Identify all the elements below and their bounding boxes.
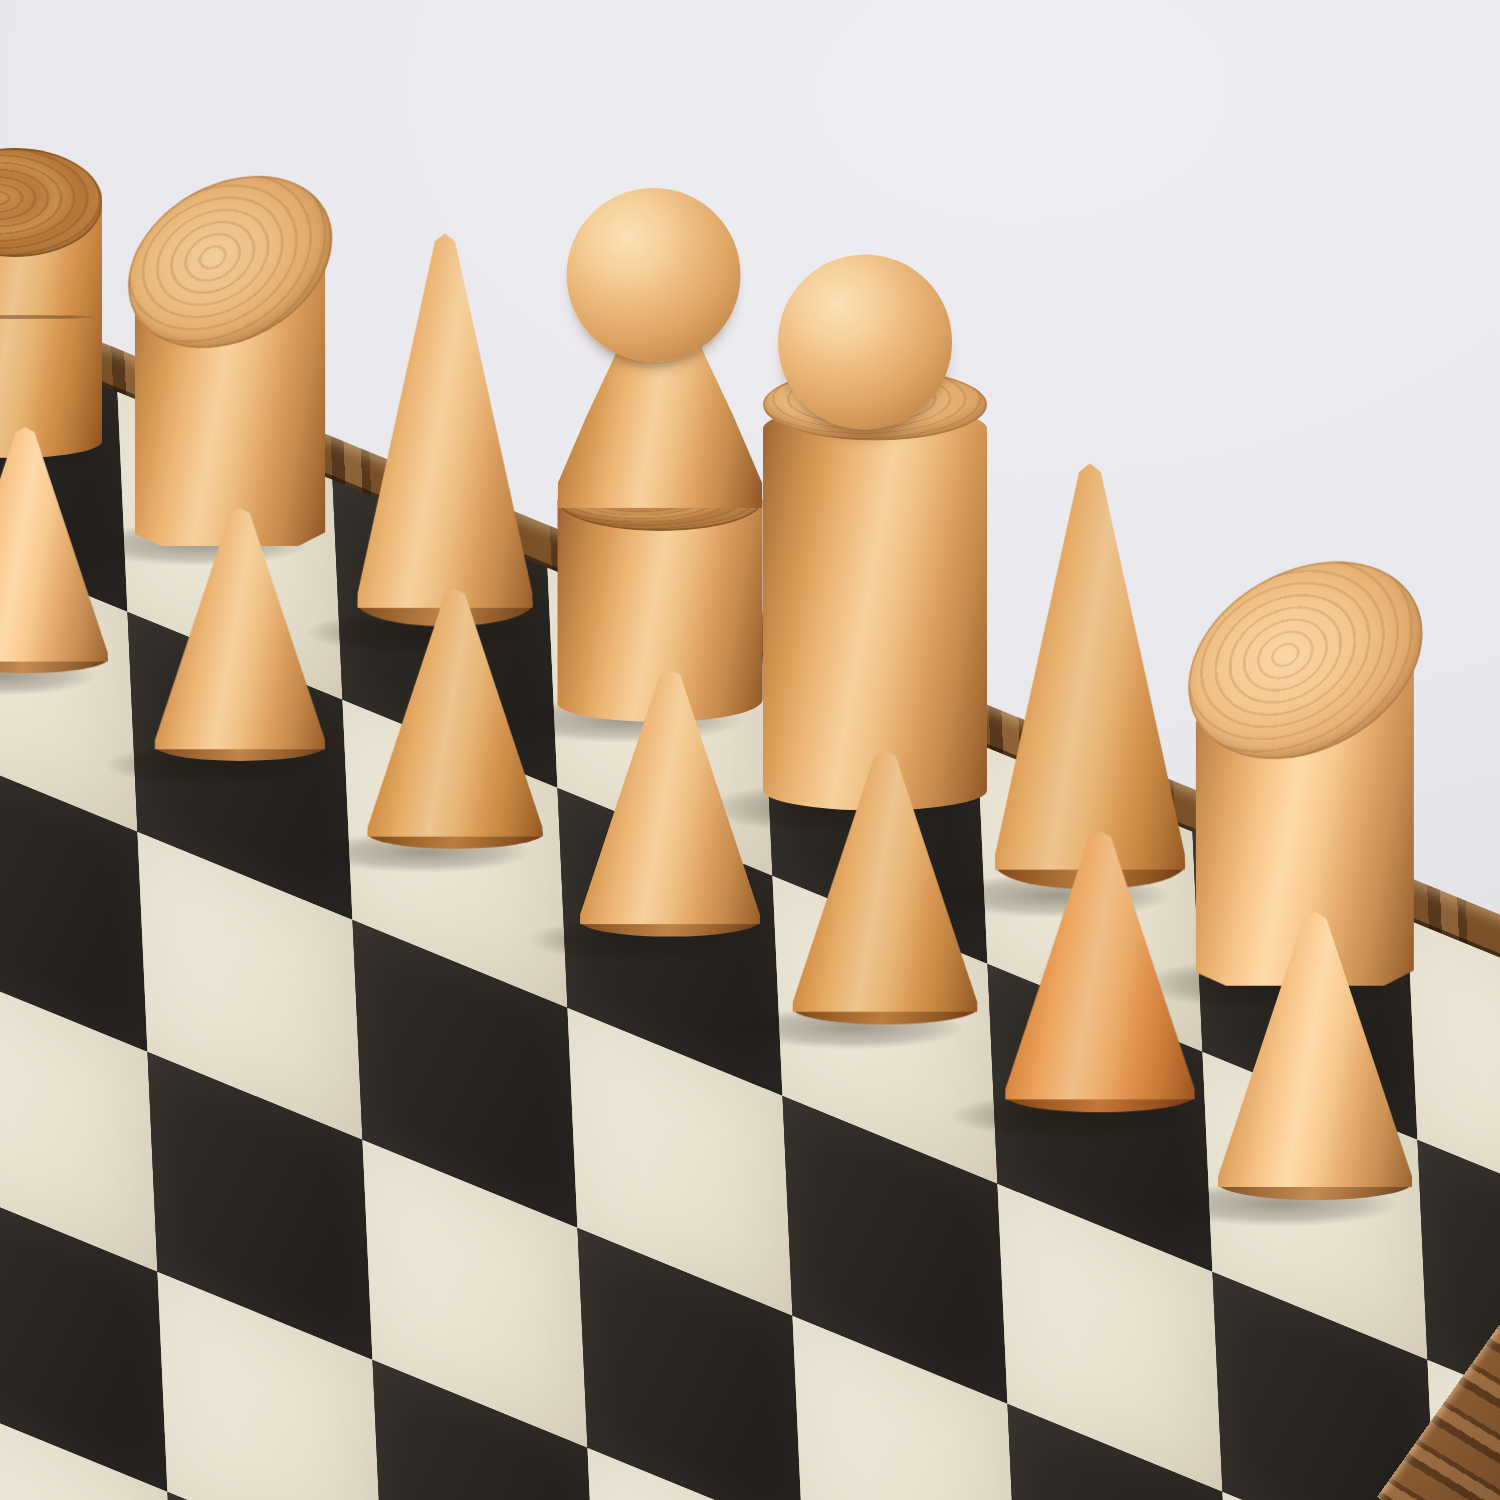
piece-white-bishop-c1[interactable] — [354, 233, 536, 634]
cone-body — [354, 233, 536, 634]
cone-body — [576, 670, 763, 942]
piece-white-pawn-c2[interactable] — [364, 589, 546, 854]
piece-white-pawn-a2[interactable] — [0, 427, 111, 678]
piece-white-pawn-e2[interactable] — [789, 750, 981, 1030]
piece-white-knight-b1[interactable] — [135, 201, 326, 546]
piece-white-pawn-d2[interactable] — [576, 670, 763, 942]
cone-body — [364, 589, 546, 854]
piece-white-queen-d1[interactable] — [558, 188, 763, 722]
piece-white-pawn-g2[interactable] — [1214, 912, 1416, 1206]
cylinder-body — [763, 405, 987, 811]
cone-body — [1214, 912, 1416, 1206]
piece-white-rook-a1[interactable] — [0, 148, 103, 458]
sphere-head — [778, 255, 953, 430]
cone-body — [1001, 831, 1198, 1118]
cone-body — [151, 508, 328, 766]
cone-body — [789, 750, 981, 1030]
piece-white-pawn-b2[interactable] — [151, 508, 328, 766]
piece-white-pawn-f2[interactable] — [1001, 831, 1198, 1118]
cone-body — [0, 427, 111, 678]
piece-white-king-e1[interactable] — [763, 255, 987, 811]
ball-head — [567, 188, 741, 362]
photo-scene — [0, 0, 1500, 1500]
